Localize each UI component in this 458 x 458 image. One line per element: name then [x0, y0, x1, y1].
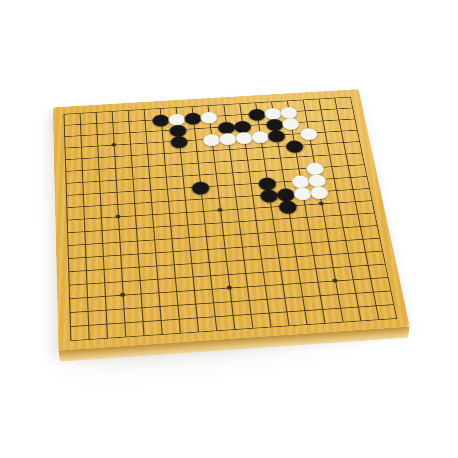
- board-grid: ●●●●●●●●●●●●●●●●●●●●●●●●●●●●●●: [64, 97, 398, 342]
- board-left-edge: [53, 107, 60, 361]
- star-point: [226, 286, 232, 290]
- stone-white: ●: [310, 185, 329, 198]
- star-point: [318, 202, 324, 206]
- stone-black: ●: [170, 135, 187, 147]
- stone-black: ●: [278, 199, 297, 212]
- star-point: [217, 208, 222, 212]
- photo-scene: ●●●●●●●●●●●●●●●●●●●●●●●●●●●●●●: [0, 0, 458, 458]
- star-point: [111, 143, 116, 147]
- stone-black: ●: [285, 139, 303, 151]
- go-board: ●●●●●●●●●●●●●●●●●●●●●●●●●●●●●●: [53, 89, 410, 350]
- star-point: [120, 293, 125, 297]
- stone-black: ●: [191, 180, 209, 193]
- star-point: [115, 215, 120, 219]
- star-point: [332, 278, 338, 282]
